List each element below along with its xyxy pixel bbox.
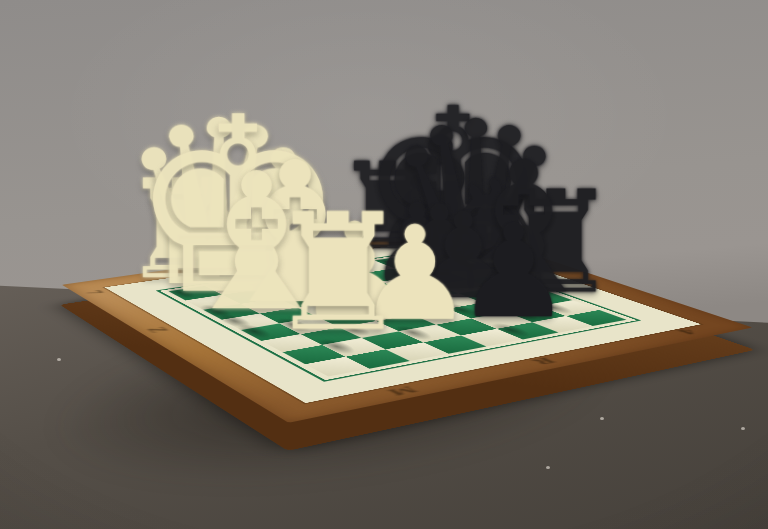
board-squares: ♟♝♜♜♚♛♞♝♟♟♟♟♟♟♟♝♜♜♛♚♝ xyxy=(169,251,627,376)
piece-white-rook[interactable]: ♜ xyxy=(205,192,472,353)
camera-perspective: 7Z4RM ♟♝♜♜♚♛♞♝♟♟♟♟♟♟♟♝♜♜♛♚♝ xyxy=(0,0,768,529)
board-frame-top: 7Z4RM ♟♝♜♜♚♛♞♝♟♟♟♟♟♟♟♝♜♜♛♚♝ xyxy=(62,229,753,423)
photo-scene: 7Z4RM ♟♝♜♜♚♛♞♝♟♟♟♟♟♟♟♝♜♜♛♚♝ xyxy=(0,0,768,529)
chess-board: 7Z4RM ♟♝♜♜♚♛♞♝♟♟♟♟♟♟♟♝♜♜♛♚♝ xyxy=(62,229,753,423)
